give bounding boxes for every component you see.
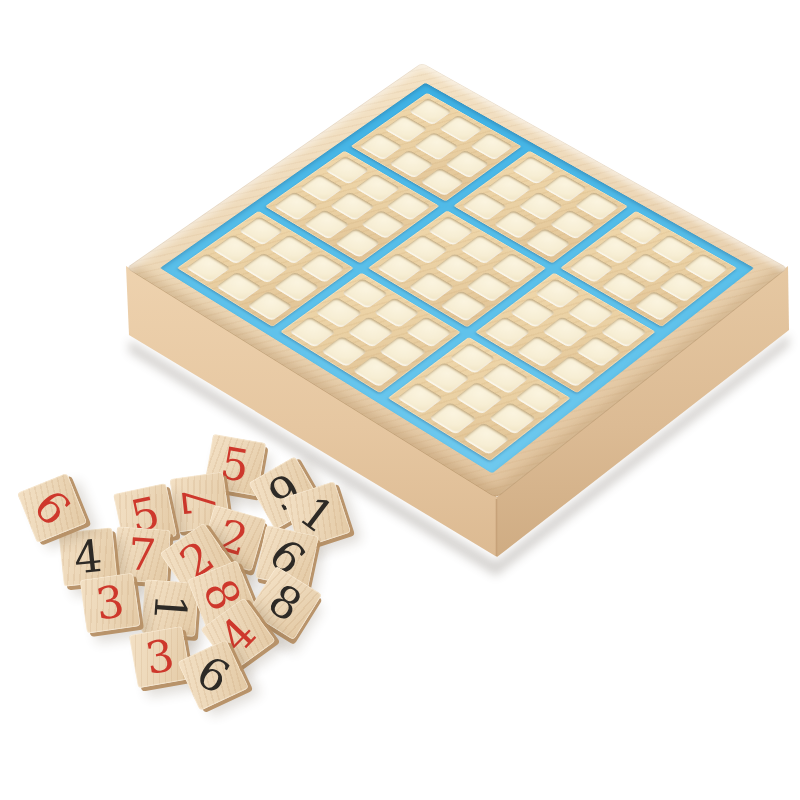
tile-digit: 6 [26, 483, 77, 534]
cell-r6c1[interactable] [273, 192, 318, 221]
tile-red-3-11[interactable]: 3 [80, 573, 141, 634]
tile-digit: 1 [147, 592, 193, 623]
tile-digit: 3 [142, 633, 177, 681]
tile-digit: 4 [72, 534, 104, 581]
tile-digit: 3 [93, 579, 127, 626]
tile-digit: 7 [126, 532, 157, 578]
tile-red-3-16[interactable]: 3 [129, 626, 192, 689]
tile-digit: 6 [190, 649, 236, 701]
cell-r9c1[interactable] [185, 253, 231, 283]
photo-background: 657591472263188436 [0, 0, 800, 800]
tile-digit: 8 [261, 577, 308, 629]
